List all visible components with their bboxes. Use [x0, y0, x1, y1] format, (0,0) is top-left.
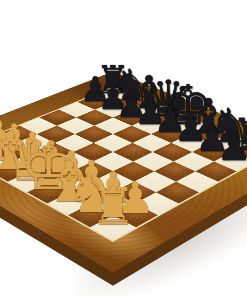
piece-white-rook-h1: ♜	[90, 182, 136, 233]
chess-set-photo: ♜♞♝♛♚♝♞♜♟♟♟♟♟♟♟♟♟♟♟♟♟♟♟♟♜♞♝♛♚♝♞♜	[0, 0, 247, 296]
piece-black-pawn-h7: ♟	[217, 127, 247, 166]
